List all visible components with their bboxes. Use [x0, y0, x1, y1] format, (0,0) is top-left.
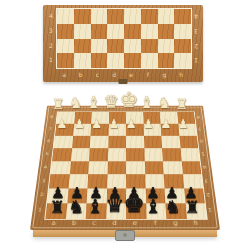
square-c3 — [87, 175, 107, 189]
square-e7 — [126, 124, 144, 136]
square-a5 — [52, 148, 72, 161]
top-square-h3 — [174, 24, 191, 39]
top-rank-label-right-3: 3 — [191, 24, 201, 38]
rank-label-right-1: 1 — [204, 203, 217, 218]
file-label-g: g — [165, 218, 186, 229]
top-square-e3 — [124, 24, 141, 39]
square-d6 — [108, 136, 126, 148]
open-board-grid — [44, 112, 208, 220]
top-file-label-h: h — [173, 68, 189, 81]
top-rank-label-left-2: 2 — [46, 39, 56, 53]
square-b8 — [74, 112, 92, 123]
square-g7 — [161, 124, 179, 136]
rank-label-left-2: 2 — [36, 188, 48, 202]
square-a3 — [49, 175, 70, 189]
square-c6 — [90, 136, 108, 148]
rank-label-left-6: 6 — [43, 135, 54, 147]
top-square-a1 — [57, 53, 74, 68]
top-square-c1 — [91, 53, 108, 68]
folded-board-grid — [56, 8, 192, 69]
file-label-f: f — [145, 218, 165, 229]
square-d3 — [107, 175, 126, 189]
file-label-d: d — [105, 218, 125, 229]
box-hinge-clasp-icon — [119, 79, 128, 84]
square-d7 — [108, 124, 126, 136]
top-square-d4 — [107, 9, 124, 24]
square-c1 — [86, 203, 107, 218]
file-label-e: e — [125, 218, 145, 229]
square-b6 — [72, 136, 91, 148]
square-f3 — [145, 175, 165, 189]
top-square-g1 — [158, 53, 175, 68]
square-c5 — [89, 148, 108, 161]
product-photo: 43214321abcdefgh 8765432187654321abcdefg… — [0, 0, 250, 250]
square-f2 — [145, 189, 165, 204]
file-label-a: a — [43, 218, 64, 229]
top-square-f2 — [141, 39, 158, 54]
rank-label-right-7: 7 — [194, 123, 205, 134]
top-file-label-g: g — [157, 68, 173, 81]
square-e8 — [126, 112, 143, 123]
top-square-b3 — [74, 24, 91, 39]
top-rank-label-right-2: 2 — [191, 39, 201, 53]
square-g4 — [163, 161, 183, 175]
top-square-a2 — [57, 39, 74, 54]
top-square-d3 — [107, 24, 124, 39]
rank-label-left-7: 7 — [45, 123, 56, 134]
top-square-f4 — [141, 9, 158, 24]
square-d1 — [106, 203, 126, 218]
square-g5 — [162, 148, 181, 161]
top-rank-label-left-3: 3 — [46, 24, 56, 38]
square-f5 — [144, 148, 163, 161]
top-square-e1 — [124, 53, 141, 68]
rank-label-right-3: 3 — [200, 174, 212, 187]
square-e4 — [126, 161, 145, 175]
rank-label-left-5: 5 — [41, 147, 52, 159]
square-e5 — [126, 148, 144, 161]
top-rank-label-right-1: 1 — [191, 53, 201, 67]
top-square-e2 — [124, 39, 141, 54]
square-d4 — [107, 161, 126, 175]
top-square-a3 — [57, 24, 74, 39]
square-b4 — [69, 161, 89, 175]
square-c7 — [90, 124, 108, 136]
square-e1 — [126, 203, 146, 218]
rank-label-left-1: 1 — [34, 203, 47, 218]
folded-board: 43214321abcdefgh — [43, 5, 203, 82]
square-d5 — [107, 148, 125, 161]
top-square-b4 — [74, 9, 91, 24]
top-square-c3 — [91, 24, 108, 39]
top-square-e4 — [124, 9, 141, 24]
top-rank-label-left-4: 4 — [46, 9, 56, 23]
square-b7 — [73, 124, 91, 136]
square-g8 — [160, 112, 178, 123]
square-d8 — [108, 112, 125, 123]
square-b1 — [65, 203, 86, 218]
top-file-label-c: c — [90, 68, 106, 81]
square-c4 — [88, 161, 107, 175]
top-square-c2 — [91, 39, 108, 54]
square-f6 — [144, 136, 162, 148]
square-e2 — [126, 189, 146, 204]
rank-label-left-3: 3 — [38, 174, 50, 187]
top-square-b2 — [74, 39, 91, 54]
square-e3 — [126, 175, 145, 189]
top-square-h1 — [174, 53, 191, 68]
top-square-d1 — [107, 53, 124, 68]
square-f8 — [143, 112, 161, 123]
top-square-f3 — [141, 24, 158, 39]
square-b5 — [71, 148, 90, 161]
open-board: 8765432187654321abcdefgh ♜♞♝♛♚♝♞♜♟♟♟♟♟♟♟… — [30, 96, 220, 241]
rank-label-right-8: 8 — [193, 112, 204, 123]
top-file-label-f: f — [140, 68, 156, 81]
square-f4 — [144, 161, 163, 175]
square-f7 — [143, 124, 161, 136]
square-d2 — [106, 189, 126, 204]
square-e6 — [126, 136, 144, 148]
top-square-g4 — [158, 9, 175, 24]
rank-label-right-6: 6 — [196, 135, 207, 147]
top-square-g3 — [158, 24, 175, 39]
square-a7 — [55, 124, 74, 136]
square-g1 — [165, 203, 186, 218]
rank-label-left-8: 8 — [46, 112, 57, 123]
top-rank-label-right-4: 4 — [191, 9, 201, 23]
top-file-label-a: a — [56, 68, 72, 81]
square-g6 — [161, 136, 180, 148]
rank-label-right-2: 2 — [202, 188, 214, 202]
top-square-b1 — [74, 53, 91, 68]
rank-label-right-5: 5 — [197, 147, 208, 159]
square-a4 — [50, 161, 70, 175]
open-board-surface: 8765432187654321abcdefgh — [30, 106, 220, 230]
square-g2 — [164, 189, 185, 204]
top-square-d2 — [107, 39, 124, 54]
top-square-a4 — [57, 9, 74, 24]
square-f1 — [146, 203, 167, 218]
square-c2 — [87, 189, 107, 204]
square-c8 — [91, 112, 109, 123]
file-label-h: h — [185, 218, 206, 229]
top-square-h4 — [174, 9, 191, 24]
square-b3 — [68, 175, 88, 189]
square-g3 — [164, 175, 184, 189]
square-a8 — [56, 112, 74, 123]
top-square-h2 — [174, 39, 191, 54]
file-label-c: c — [84, 218, 104, 229]
top-file-label-b: b — [73, 68, 89, 81]
top-square-c4 — [91, 9, 108, 24]
metal-clasp-icon — [115, 230, 135, 241]
square-b2 — [67, 189, 88, 204]
square-a2 — [47, 189, 68, 204]
rank-label-left-4: 4 — [40, 160, 52, 173]
square-a6 — [54, 136, 73, 148]
top-rank-label-left-1: 1 — [46, 53, 56, 67]
rank-label-right-4: 4 — [199, 160, 211, 173]
top-square-g2 — [158, 39, 175, 54]
file-label-b: b — [64, 218, 85, 229]
square-a1 — [45, 203, 67, 218]
top-square-f1 — [141, 53, 158, 68]
